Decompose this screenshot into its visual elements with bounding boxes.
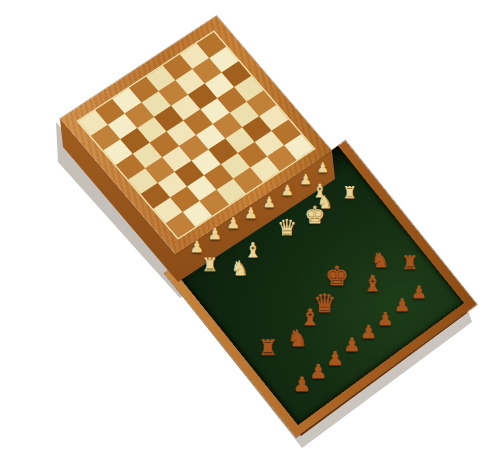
chess-set-product-photo: ♟♟♟♝♜♟♞♟♚♟♛♟♟♝♞♜♜♞♚♝♟♟♛♟♝♟♞♟♜♟♟♟	[0, 0, 500, 460]
